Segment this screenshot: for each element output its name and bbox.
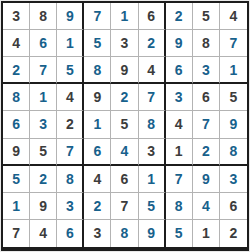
sudoku-board: 3897162544615329872758946318149273656321… [1, 1, 249, 251]
cell-r2c7[interactable]: 9 [166, 30, 193, 57]
cell-r1c8[interactable]: 5 [193, 3, 220, 30]
cell-r2c5[interactable]: 3 [111, 30, 138, 57]
cell-r4c2[interactable]: 1 [30, 84, 57, 111]
cell-r5c6[interactable]: 8 [139, 111, 166, 138]
cell-r8c4[interactable]: 2 [84, 193, 111, 220]
cell-r1c9[interactable]: 4 [220, 3, 247, 30]
cell-r6c7[interactable]: 1 [166, 139, 193, 166]
cell-r2c4[interactable]: 5 [84, 30, 111, 57]
cell-r2c1[interactable]: 4 [3, 30, 30, 57]
cell-r3c5[interactable]: 9 [111, 57, 138, 84]
cell-r5c3[interactable]: 2 [57, 111, 84, 138]
cell-r3c2[interactable]: 7 [30, 57, 57, 84]
cell-r8c2[interactable]: 9 [30, 193, 57, 220]
cell-r1c7[interactable]: 2 [166, 3, 193, 30]
cell-r1c2[interactable]: 8 [30, 3, 57, 30]
cell-r7c8[interactable]: 9 [193, 166, 220, 193]
cell-r3c8[interactable]: 3 [193, 57, 220, 84]
cell-r9c1[interactable]: 7 [3, 220, 30, 247]
cell-r2c8[interactable]: 8 [193, 30, 220, 57]
cell-r2c3[interactable]: 1 [57, 30, 84, 57]
cell-r7c5[interactable]: 6 [111, 166, 138, 193]
cell-r3c4[interactable]: 8 [84, 57, 111, 84]
cell-r6c3[interactable]: 7 [57, 139, 84, 166]
cell-r4c3[interactable]: 4 [57, 84, 84, 111]
cell-r9c4[interactable]: 3 [84, 220, 111, 247]
cell-r6c4[interactable]: 6 [84, 139, 111, 166]
cell-r6c9[interactable]: 8 [220, 139, 247, 166]
cell-r3c7[interactable]: 6 [166, 57, 193, 84]
cell-r8c1[interactable]: 1 [3, 193, 30, 220]
cell-r4c4[interactable]: 9 [84, 84, 111, 111]
cell-r4c6[interactable]: 7 [139, 84, 166, 111]
cell-r4c5[interactable]: 2 [111, 84, 138, 111]
cell-r4c7[interactable]: 3 [166, 84, 193, 111]
cell-r1c3[interactable]: 9 [57, 3, 84, 30]
cell-r1c4[interactable]: 7 [84, 3, 111, 30]
cell-r7c6[interactable]: 1 [139, 166, 166, 193]
cell-r6c2[interactable]: 5 [30, 139, 57, 166]
cell-r5c4[interactable]: 1 [84, 111, 111, 138]
cell-r1c5[interactable]: 1 [111, 3, 138, 30]
cell-r5c9[interactable]: 9 [220, 111, 247, 138]
cell-r9c2[interactable]: 4 [30, 220, 57, 247]
cell-r6c6[interactable]: 3 [139, 139, 166, 166]
cell-r4c8[interactable]: 6 [193, 84, 220, 111]
cell-r6c8[interactable]: 2 [193, 139, 220, 166]
cell-r5c7[interactable]: 4 [166, 111, 193, 138]
cell-r1c6[interactable]: 6 [139, 3, 166, 30]
cell-r8c9[interactable]: 6 [220, 193, 247, 220]
cell-r2c2[interactable]: 6 [30, 30, 57, 57]
cell-r3c6[interactable]: 4 [139, 57, 166, 84]
cell-r7c2[interactable]: 2 [30, 166, 57, 193]
cell-r9c5[interactable]: 8 [111, 220, 138, 247]
cell-r9c8[interactable]: 1 [193, 220, 220, 247]
cell-r7c4[interactable]: 4 [84, 166, 111, 193]
cell-r6c5[interactable]: 4 [111, 139, 138, 166]
sudoku-frame: 3897162544615329872758946318149273656321… [0, 0, 250, 252]
cell-r7c3[interactable]: 8 [57, 166, 84, 193]
cell-r4c1[interactable]: 8 [3, 84, 30, 111]
cell-r3c9[interactable]: 1 [220, 57, 247, 84]
cell-r8c7[interactable]: 8 [166, 193, 193, 220]
cell-r5c5[interactable]: 5 [111, 111, 138, 138]
cell-r7c9[interactable]: 3 [220, 166, 247, 193]
cell-r7c1[interactable]: 5 [3, 166, 30, 193]
cell-r5c1[interactable]: 6 [3, 111, 30, 138]
cell-r4c9[interactable]: 5 [220, 84, 247, 111]
cell-r9c6[interactable]: 9 [139, 220, 166, 247]
cell-r9c9[interactable]: 2 [220, 220, 247, 247]
cell-r2c9[interactable]: 7 [220, 30, 247, 57]
cell-r3c3[interactable]: 5 [57, 57, 84, 84]
cell-r9c7[interactable]: 5 [166, 220, 193, 247]
cell-r6c1[interactable]: 9 [3, 139, 30, 166]
cell-r5c8[interactable]: 7 [193, 111, 220, 138]
cell-r2c6[interactable]: 2 [139, 30, 166, 57]
cell-r8c8[interactable]: 4 [193, 193, 220, 220]
cell-r1c1[interactable]: 3 [3, 3, 30, 30]
cell-r3c1[interactable]: 2 [3, 57, 30, 84]
cell-r7c7[interactable]: 7 [166, 166, 193, 193]
cell-r8c5[interactable]: 7 [111, 193, 138, 220]
cell-r5c2[interactable]: 3 [30, 111, 57, 138]
cell-r8c3[interactable]: 3 [57, 193, 84, 220]
cell-r9c3[interactable]: 6 [57, 220, 84, 247]
cell-r8c6[interactable]: 5 [139, 193, 166, 220]
